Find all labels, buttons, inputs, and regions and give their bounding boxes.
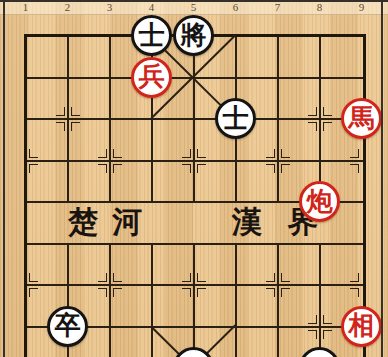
marker-corner [113, 288, 122, 297]
marker-corner [323, 330, 332, 339]
grid-cell [321, 37, 363, 79]
file-label-5: 5 [187, 1, 201, 13]
point-marker-f9r4 [350, 148, 374, 172]
red-horse-f9r3[interactable]: 馬 [341, 98, 382, 139]
file-label-3: 3 [103, 1, 117, 13]
marker-corner [71, 122, 80, 131]
marker-corner [29, 164, 38, 173]
marker-corner [113, 164, 122, 173]
marker-corner [182, 273, 191, 282]
file-label-7: 7 [271, 1, 285, 13]
marker-corner [197, 149, 206, 158]
marker-corner [182, 164, 191, 173]
marker-corner [350, 164, 359, 173]
red-cannon-f8r5[interactable]: 炮 [299, 181, 340, 222]
point-marker-f2r3 [56, 107, 80, 131]
river-label-chu: 楚 [66, 205, 100, 239]
grid-cell [27, 203, 69, 245]
grid-cell [153, 203, 195, 245]
marker-corner [56, 107, 65, 116]
file-label-2: 2 [61, 1, 75, 13]
grid-cell [69, 37, 111, 79]
point-marker-f3r4 [98, 148, 122, 172]
marker-corner [98, 164, 107, 173]
marker-corner [113, 149, 122, 158]
marker-corner [98, 288, 107, 297]
point-marker-f3r7 [98, 273, 122, 297]
piece-glyph: 將 [181, 23, 207, 49]
marker-corner [281, 149, 290, 158]
black-soldier-f2r8[interactable]: 卒 [47, 306, 88, 347]
point-marker-f1r4 [14, 148, 38, 172]
marker-corner [323, 315, 332, 324]
point-marker-f9r7 [350, 273, 374, 297]
marker-corner [197, 288, 206, 297]
grid-cell [237, 328, 279, 357]
marker-corner [266, 288, 275, 297]
black-advisor-f4r1[interactable]: 士 [131, 15, 172, 56]
marker-corner [29, 273, 38, 282]
marker-corner [323, 122, 332, 131]
marker-corner [350, 288, 359, 297]
marker-corner [266, 273, 275, 282]
point-marker-f7r7 [266, 273, 290, 297]
marker-corner [281, 288, 290, 297]
black-general-f5r1[interactable]: 將 [173, 15, 214, 56]
marker-corner [98, 149, 107, 158]
red-soldier-f4r2[interactable]: 兵 [131, 57, 172, 98]
window-frame-top [0, 0, 388, 2]
point-marker-f5r7 [182, 273, 206, 297]
marker-corner [308, 330, 317, 339]
marker-corner [113, 273, 122, 282]
piece-glyph: 兵 [139, 64, 165, 90]
marker-corner [29, 149, 38, 158]
river-label-he: 河 [110, 205, 144, 239]
marker-corner [98, 273, 107, 282]
marker-corner [71, 107, 80, 116]
point-marker-f5r4 [182, 148, 206, 172]
marker-corner [350, 149, 359, 158]
point-marker-f8r8 [308, 314, 332, 338]
marker-corner [29, 288, 38, 297]
marker-corner [308, 107, 317, 116]
file-label-9: 9 [355, 1, 369, 13]
grid-cell [111, 328, 153, 357]
marker-corner [197, 273, 206, 282]
window-frame-left [3, 0, 5, 357]
marker-corner [350, 273, 359, 282]
piece-glyph: 炮 [307, 189, 333, 215]
marker-corner [281, 273, 290, 282]
xiangqi-board: 楚 河 漢 界 123456789士將兵士馬炮卒相 [0, 0, 388, 357]
marker-corner [308, 122, 317, 131]
marker-corner [197, 164, 206, 173]
marker-corner [56, 122, 65, 131]
marker-corner [266, 149, 275, 158]
marker-corner [182, 288, 191, 297]
marker-corner [323, 107, 332, 116]
piece-glyph: 卒 [55, 313, 81, 339]
file-label-4: 4 [145, 1, 159, 13]
point-marker-f8r3 [308, 107, 332, 131]
file-label-8: 8 [313, 1, 327, 13]
marker-corner [281, 164, 290, 173]
grid-cell [237, 37, 279, 79]
piece-glyph: 相 [349, 313, 375, 339]
point-marker-f1r7 [14, 273, 38, 297]
point-marker-f7r4 [266, 148, 290, 172]
piece-glyph: 馬 [349, 106, 375, 132]
red-elephant-f9r8[interactable]: 相 [341, 306, 382, 347]
marker-corner [308, 315, 317, 324]
marker-corner [266, 164, 275, 173]
marker-corner [182, 149, 191, 158]
file-label-1: 1 [19, 1, 33, 13]
black-advisor-f6r3[interactable]: 士 [215, 98, 256, 139]
file-label-6: 6 [229, 1, 243, 13]
river-label-han: 漢 [230, 205, 264, 239]
grid-cell [279, 37, 321, 79]
grid-cell [27, 37, 69, 79]
piece-glyph: 士 [139, 23, 165, 49]
window-frame-right [381, 0, 383, 357]
piece-glyph: 士 [223, 106, 249, 132]
